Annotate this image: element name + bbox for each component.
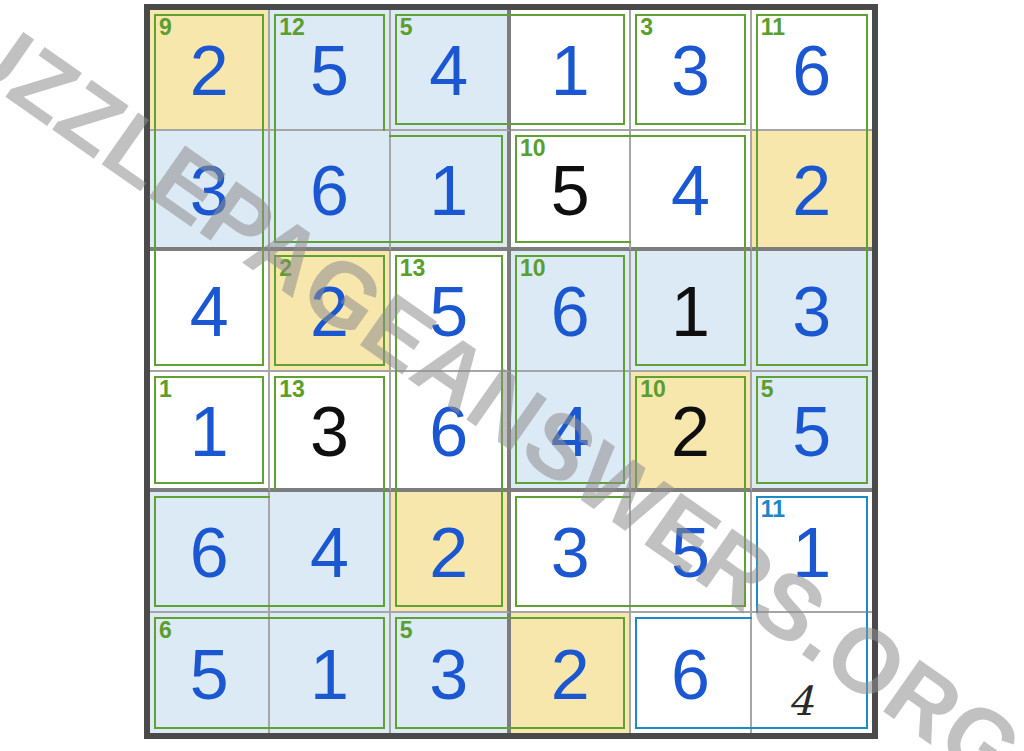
cell-pencil-mark: 4: [788, 681, 813, 721]
cell-r6c6[interactable]: 4: [752, 613, 872, 734]
cell-value: 2: [511, 613, 629, 734]
cell-value: 6: [631, 613, 749, 734]
cell-r4c3[interactable]: 6: [391, 372, 511, 493]
cell-r6c3[interactable]: 35: [391, 613, 511, 734]
cage-sum-clue: 13: [279, 378, 305, 401]
cell-r3c4[interactable]: 610: [511, 251, 631, 372]
cell-r2c3[interactable]: 1: [391, 131, 511, 252]
cell-value: 1: [391, 131, 507, 248]
cell-r2c6[interactable]: 2: [752, 131, 872, 252]
cage-sum-clue: 3: [640, 16, 653, 39]
cell-value: 4: [511, 372, 629, 489]
cell-r2c1[interactable]: 3: [150, 131, 270, 252]
cell-value: 4: [631, 131, 749, 248]
cell-r6c1[interactable]: 56: [150, 613, 270, 734]
cell-value: 2: [391, 492, 507, 611]
cage-sum-clue: 10: [520, 257, 546, 280]
cell-r5c2[interactable]: 4: [270, 492, 390, 613]
cell-value: 6: [150, 492, 268, 611]
cell-r4c6[interactable]: 55: [752, 372, 872, 493]
cell-r3c3[interactable]: 513: [391, 251, 511, 372]
cage-sum-clue: 5: [761, 378, 774, 401]
cell-r3c5[interactable]: 1: [631, 251, 751, 372]
cell-r5c6[interactable]: 111: [752, 492, 872, 613]
cell-r2c4[interactable]: 510: [511, 131, 631, 252]
cell-value: 6: [391, 372, 507, 489]
cell-r1c3[interactable]: 45: [391, 10, 511, 131]
cell-r1c1[interactable]: 29: [150, 10, 270, 131]
cage-sum-clue: 10: [640, 378, 666, 401]
cell-r4c2[interactable]: 313: [270, 372, 390, 493]
cage-sum-clue: 9: [159, 16, 172, 39]
cage-sum-clue: 2: [279, 257, 292, 280]
cell-r1c6[interactable]: 611: [752, 10, 872, 131]
cage-sum-clue: 6: [159, 619, 172, 642]
cell-r2c5[interactable]: 4: [631, 131, 751, 252]
cage-sum-clue: 11: [761, 16, 785, 39]
cell-value: 3: [150, 131, 268, 248]
cell-value: 5: [631, 492, 749, 611]
cell-r3c1[interactable]: 4: [150, 251, 270, 372]
killer-sudoku-board: 2951245133611361510424225136101311313642…: [144, 4, 878, 739]
cell-value: 1: [631, 251, 749, 370]
cell-r5c1[interactable]: 6: [150, 492, 270, 613]
cell-r4c4[interactable]: 4: [511, 372, 631, 493]
cage-sum-clue: 1: [159, 378, 172, 401]
cell-value: 4: [270, 492, 388, 611]
cell-r2c2[interactable]: 6: [270, 131, 390, 252]
cell-r4c1[interactable]: 11: [150, 372, 270, 493]
cell-r4c5[interactable]: 210: [631, 372, 751, 493]
cell-value: 3: [511, 492, 629, 611]
cell-r3c6[interactable]: 3: [752, 251, 872, 372]
cell-r3c2[interactable]: 22: [270, 251, 390, 372]
cell-value: 3: [752, 251, 872, 370]
cage-sum-clue: 13: [400, 257, 426, 280]
cell-r1c2[interactable]: 512: [270, 10, 390, 131]
cell-r5c3[interactable]: 2: [391, 492, 511, 613]
cell-r6c4[interactable]: 2: [511, 613, 631, 734]
cage-sum-clue: 11: [761, 498, 785, 521]
cell-value: 4: [150, 251, 268, 370]
cage-sum-clue: 12: [279, 16, 305, 39]
cell-r1c4[interactable]: 1: [511, 10, 631, 131]
cell-r6c5[interactable]: 6: [631, 613, 751, 734]
cell-r5c4[interactable]: 3: [511, 492, 631, 613]
cage-sum-clue: 10: [520, 137, 546, 160]
cage-sum-clue: 5: [400, 619, 413, 642]
cell-r6c2[interactable]: 1: [270, 613, 390, 734]
cell-r5c5[interactable]: 5: [631, 492, 751, 613]
cell-value: 6: [270, 131, 388, 248]
cell-value: 2: [752, 131, 872, 248]
cage-sum-clue: 5: [400, 16, 413, 39]
cell-value: 1: [511, 10, 629, 129]
cell-r1c5[interactable]: 33: [631, 10, 751, 131]
cell-value: 1: [270, 613, 388, 734]
